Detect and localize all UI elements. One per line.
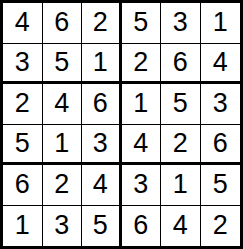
cell-r6c5[interactable]: 4	[161, 206, 201, 247]
cell-r4c3[interactable]: 3	[82, 125, 122, 166]
cell-r4c5[interactable]: 2	[161, 125, 201, 166]
cell-r2c6[interactable]: 4	[201, 44, 241, 85]
cell-r1c5[interactable]: 3	[161, 3, 201, 44]
cell-r3c5[interactable]: 5	[161, 84, 201, 125]
cell-r6c2[interactable]: 3	[43, 206, 83, 247]
cell-r3c6[interactable]: 3	[201, 84, 241, 125]
cell-r2c3[interactable]: 1	[82, 44, 122, 85]
cell-r6c6[interactable]: 2	[201, 206, 241, 247]
cell-r3c3[interactable]: 6	[82, 84, 122, 125]
cell-r3c4[interactable]: 1	[122, 84, 162, 125]
cell-r2c5[interactable]: 6	[161, 44, 201, 85]
cell-r5c3[interactable]: 4	[82, 165, 122, 206]
cell-r4c4[interactable]: 4	[122, 125, 162, 166]
cell-r5c4[interactable]: 3	[122, 165, 162, 206]
cell-r5c5[interactable]: 1	[161, 165, 201, 206]
cell-r2c4[interactable]: 2	[122, 44, 162, 85]
cell-r1c2[interactable]: 6	[43, 3, 83, 44]
cell-r4c6[interactable]: 6	[201, 125, 241, 166]
cell-r4c2[interactable]: 1	[43, 125, 83, 166]
cell-r1c3[interactable]: 2	[82, 3, 122, 44]
cell-r3c2[interactable]: 4	[43, 84, 83, 125]
cell-r6c1[interactable]: 1	[3, 206, 43, 247]
sudoku-board: 462531351264246153513426624315135642	[0, 0, 243, 249]
cell-r2c1[interactable]: 3	[3, 44, 43, 85]
cell-r5c6[interactable]: 5	[201, 165, 241, 206]
cell-r6c3[interactable]: 5	[82, 206, 122, 247]
cell-r1c4[interactable]: 5	[122, 3, 162, 44]
cell-r5c2[interactable]: 2	[43, 165, 83, 206]
cell-r4c1[interactable]: 5	[3, 125, 43, 166]
cell-r2c2[interactable]: 5	[43, 44, 83, 85]
cell-r6c4[interactable]: 6	[122, 206, 162, 247]
cell-r1c6[interactable]: 1	[201, 3, 241, 44]
cell-r3c1[interactable]: 2	[3, 84, 43, 125]
cell-r5c1[interactable]: 6	[3, 165, 43, 206]
cell-r1c1[interactable]: 4	[3, 3, 43, 44]
